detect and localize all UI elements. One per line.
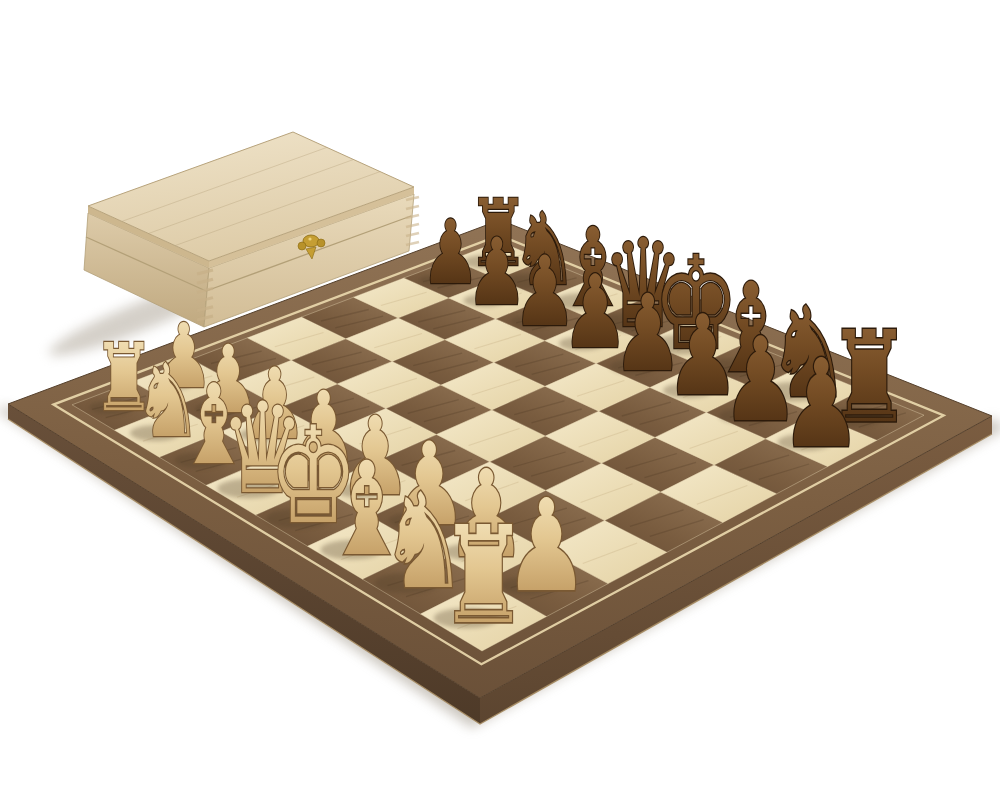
piece-glyph: ♜ xyxy=(438,498,528,654)
piece-glyph: ♟ xyxy=(780,333,862,474)
clasp-highlight xyxy=(308,237,311,240)
chess-set-product-photo: ♜♜♟♟♞♞♟♟♝♝♟♟♛♛♟♟♚♚♟♟♝♝♟♟♟♟♞♞♜♜♟♟♟♟♜♜♞♞♟♟… xyxy=(0,0,1000,800)
clasp-wing-icon xyxy=(317,239,325,247)
clasp-wing-icon xyxy=(298,242,306,250)
scene-svg: ♜♜♟♟♞♞♟♟♝♝♟♟♛♛♟♟♚♚♟♟♝♝♟♟♟♟♞♞♜♜♟♟♟♟♜♜♞♞♟♟… xyxy=(0,0,1000,800)
piece-black-pawn-h7: ♟♟ xyxy=(780,333,862,474)
piece-white-rook-h1: ♜♜ xyxy=(438,498,528,654)
